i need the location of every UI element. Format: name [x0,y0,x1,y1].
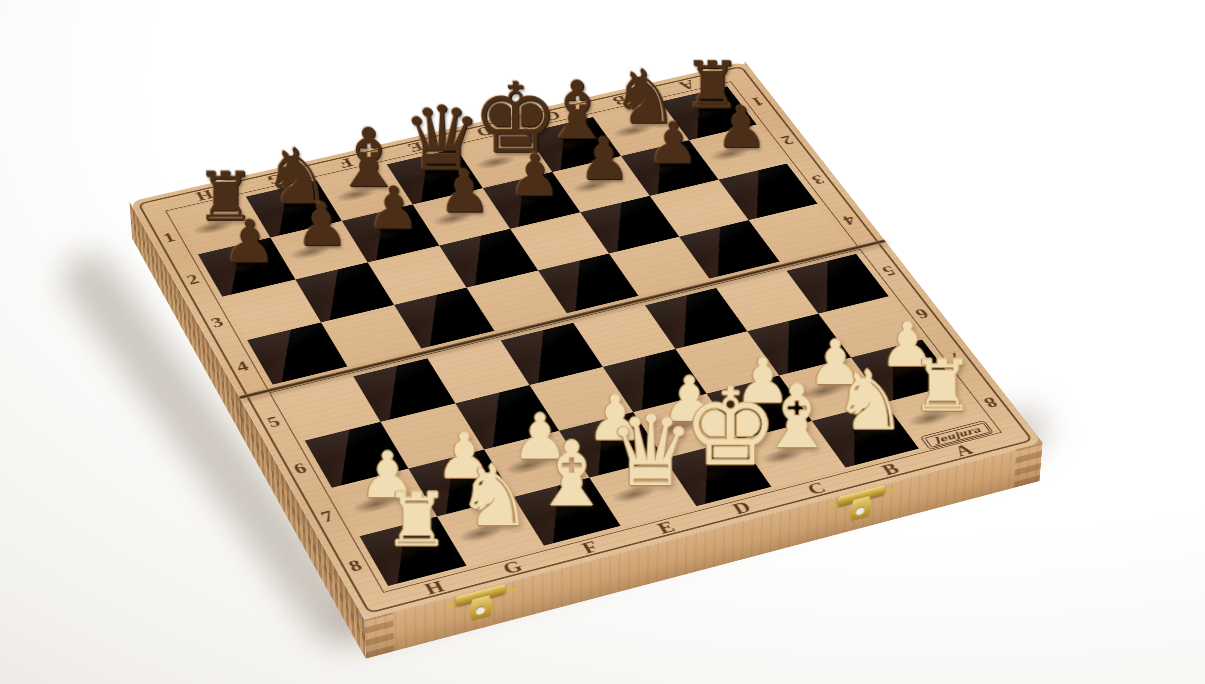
white-rook-a8[interactable]: ♜ [902,351,982,422]
white-knight-b8[interactable]: ♞ [830,358,911,441]
white-bishop-f8[interactable]: ♝ [530,430,612,519]
white-king-d8[interactable]: ♚ [683,375,764,481]
white-knight-g8[interactable]: ♞ [453,453,536,538]
white-queen-e8[interactable]: ♛ [607,402,689,500]
photo-background: HGFEDCBA11223344 Jeujura HGFEDCBA5566778… [0,0,1205,684]
white-rook-h8[interactable]: ♜ [375,483,458,557]
